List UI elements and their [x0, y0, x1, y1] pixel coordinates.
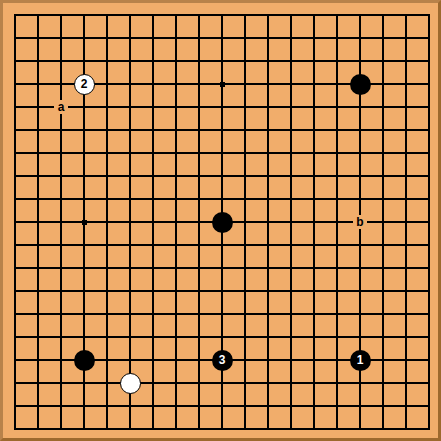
- white-stone-move-2[interactable]: 2: [74, 74, 95, 95]
- black-stone-move-1[interactable]: 1: [350, 350, 371, 371]
- move-number: 3: [219, 354, 226, 366]
- black-stone[interactable]: [212, 212, 233, 233]
- white-stone[interactable]: [120, 373, 141, 394]
- point-label-b: b: [353, 215, 367, 229]
- black-stone-move-3[interactable]: 3: [212, 350, 233, 371]
- star-point: [82, 220, 87, 225]
- move-number: 1: [357, 354, 364, 366]
- black-stone[interactable]: [350, 74, 371, 95]
- move-number: 2: [81, 78, 88, 90]
- go-board[interactable]: ab123: [0, 0, 441, 441]
- board-overlay: ab123: [3, 3, 438, 438]
- star-point: [220, 82, 225, 87]
- point-label-a: a: [54, 100, 68, 114]
- black-stone[interactable]: [74, 350, 95, 371]
